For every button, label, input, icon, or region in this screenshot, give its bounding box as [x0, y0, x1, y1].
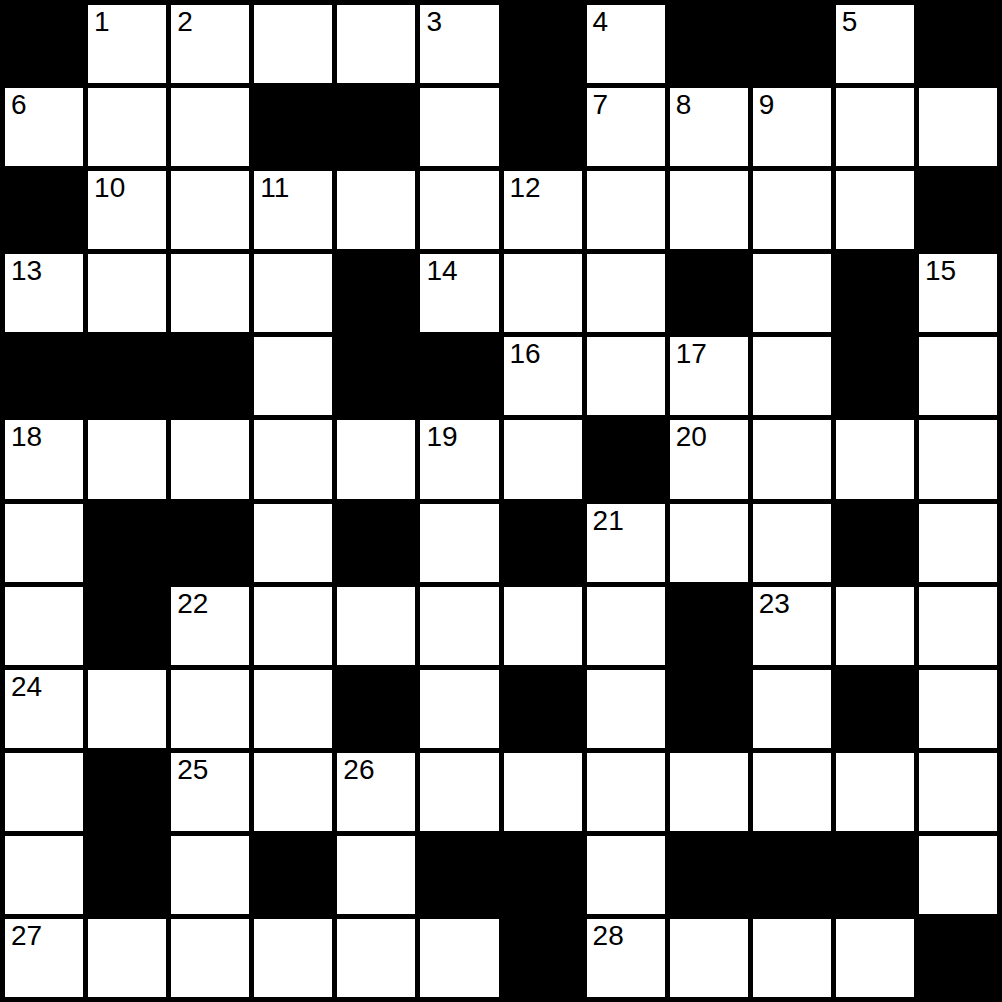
- white-cell-r9-c8[interactable]: [670, 753, 748, 831]
- black-cell-r6-c4: [337, 504, 415, 582]
- white-cell-r11-c5[interactable]: [420, 919, 498, 997]
- white-cell-r8-c3[interactable]: [254, 670, 332, 748]
- clue-number-17: 17: [676, 340, 707, 368]
- white-cell-r5-c2[interactable]: [171, 420, 249, 498]
- black-cell-r10-c6: [504, 836, 582, 914]
- white-cell-r7-c10[interactable]: [836, 587, 914, 665]
- black-cell-r6-c10: [836, 504, 914, 582]
- clue-number-10: 10: [94, 174, 125, 202]
- black-cell-r10-c3: [254, 836, 332, 914]
- white-cell-r5-c10[interactable]: [836, 420, 914, 498]
- clue-number-19: 19: [426, 423, 457, 451]
- white-cell-r6-c3[interactable]: [254, 504, 332, 582]
- white-cell-r9-c10[interactable]: [836, 753, 914, 831]
- white-cell-r1-c1[interactable]: [88, 88, 166, 166]
- white-cell-r3-c9[interactable]: [753, 254, 831, 332]
- clue-number-2: 2: [177, 8, 193, 36]
- white-cell-r9-c6[interactable]: [504, 753, 582, 831]
- white-cell-r7-c9[interactable]: 23: [753, 587, 831, 665]
- black-cell-r10-c10: [836, 836, 914, 914]
- white-cell-r11-c4[interactable]: [337, 919, 415, 997]
- white-cell-r1-c9[interactable]: 9: [753, 88, 831, 166]
- black-cell-r7-c1: [88, 587, 166, 665]
- white-cell-r5-c11[interactable]: [919, 420, 997, 498]
- black-cell-r2-c11: [919, 171, 997, 249]
- clue-number-28: 28: [593, 922, 624, 950]
- clue-number-3: 3: [426, 8, 442, 36]
- white-cell-r3-c11[interactable]: 15: [919, 254, 997, 332]
- white-cell-r10-c4[interactable]: [337, 836, 415, 914]
- black-cell-r6-c2: [171, 504, 249, 582]
- white-cell-r2-c1[interactable]: 10: [88, 171, 166, 249]
- white-cell-r5-c9[interactable]: [753, 420, 831, 498]
- black-cell-r3-c10: [836, 254, 914, 332]
- black-cell-r2-c0: [5, 171, 83, 249]
- white-cell-r8-c0[interactable]: 24: [5, 670, 83, 748]
- black-cell-r0-c0: [5, 5, 83, 83]
- white-cell-r2-c4[interactable]: [337, 171, 415, 249]
- clue-number-25: 25: [177, 756, 208, 784]
- clue-number-20: 20: [676, 423, 707, 451]
- white-cell-r0-c3[interactable]: [254, 5, 332, 83]
- white-cell-r1-c10[interactable]: [836, 88, 914, 166]
- clue-number-8: 8: [676, 91, 692, 119]
- white-cell-r11-c8[interactable]: [670, 919, 748, 997]
- white-cell-r11-c2[interactable]: [171, 919, 249, 997]
- clue-number-1: 1: [94, 8, 110, 36]
- black-cell-r10-c5: [420, 836, 498, 914]
- white-cell-r9-c11[interactable]: [919, 753, 997, 831]
- black-cell-r1-c4: [337, 88, 415, 166]
- black-cell-r8-c6: [504, 670, 582, 748]
- white-cell-r0-c7[interactable]: 4: [587, 5, 665, 83]
- white-cell-r2-c5[interactable]: [420, 171, 498, 249]
- white-cell-r11-c10[interactable]: [836, 919, 914, 997]
- white-cell-r10-c11[interactable]: [919, 836, 997, 914]
- white-cell-r3-c3[interactable]: [254, 254, 332, 332]
- white-cell-r7-c11[interactable]: [919, 587, 997, 665]
- white-cell-r4-c11[interactable]: [919, 337, 997, 415]
- white-cell-r9-c4[interactable]: 26: [337, 753, 415, 831]
- white-cell-r0-c5[interactable]: 3: [420, 5, 498, 83]
- white-cell-r3-c2[interactable]: [171, 254, 249, 332]
- white-cell-r2-c6[interactable]: 12: [504, 171, 582, 249]
- white-cell-r9-c0[interactable]: [5, 753, 83, 831]
- black-cell-r4-c5: [420, 337, 498, 415]
- white-cell-r5-c6[interactable]: [504, 420, 582, 498]
- white-cell-r5-c0[interactable]: 18: [5, 420, 83, 498]
- clue-number-13: 13: [11, 257, 42, 285]
- white-cell-r7-c0[interactable]: [5, 587, 83, 665]
- white-cell-r1-c5[interactable]: [420, 88, 498, 166]
- black-cell-r9-c1: [88, 753, 166, 831]
- black-cell-r10-c9: [753, 836, 831, 914]
- white-cell-r10-c7[interactable]: [587, 836, 665, 914]
- black-cell-r4-c1: [88, 337, 166, 415]
- clue-number-4: 4: [593, 8, 609, 36]
- white-cell-r1-c2[interactable]: [171, 88, 249, 166]
- black-cell-r11-c6: [504, 919, 582, 997]
- clue-number-23: 23: [759, 590, 790, 618]
- white-cell-r4-c7[interactable]: [587, 337, 665, 415]
- white-cell-r5-c5[interactable]: 19: [420, 420, 498, 498]
- white-cell-r4-c3[interactable]: [254, 337, 332, 415]
- crossword-grid: 1234567891011121314151617181920212223242…: [0, 0, 1002, 1002]
- white-cell-r1-c11[interactable]: [919, 88, 997, 166]
- clue-number-9: 9: [759, 91, 775, 119]
- clue-number-15: 15: [925, 257, 956, 285]
- black-cell-r0-c9: [753, 5, 831, 83]
- white-cell-r0-c10[interactable]: 5: [836, 5, 914, 83]
- black-cell-r5-c7: [587, 420, 665, 498]
- clue-number-18: 18: [11, 423, 42, 451]
- black-cell-r4-c4: [337, 337, 415, 415]
- white-cell-r4-c9[interactable]: [753, 337, 831, 415]
- white-cell-r0-c1[interactable]: 1: [88, 5, 166, 83]
- black-cell-r3-c4: [337, 254, 415, 332]
- white-cell-r5-c3[interactable]: [254, 420, 332, 498]
- white-cell-r11-c7[interactable]: 28: [587, 919, 665, 997]
- white-cell-r9-c3[interactable]: [254, 753, 332, 831]
- white-cell-r2-c10[interactable]: [836, 171, 914, 249]
- white-cell-r4-c6[interactable]: 16: [504, 337, 582, 415]
- white-cell-r2-c9[interactable]: [753, 171, 831, 249]
- black-cell-r11-c11: [919, 919, 997, 997]
- white-cell-r6-c8[interactable]: [670, 504, 748, 582]
- white-cell-r5-c8[interactable]: 20: [670, 420, 748, 498]
- white-cell-r5-c4[interactable]: [337, 420, 415, 498]
- black-cell-r10-c1: [88, 836, 166, 914]
- white-cell-r2-c2[interactable]: [171, 171, 249, 249]
- black-cell-r0-c6: [504, 5, 582, 83]
- white-cell-r0-c4[interactable]: [337, 5, 415, 83]
- white-cell-r3-c6[interactable]: [504, 254, 582, 332]
- black-cell-r1-c6: [504, 88, 582, 166]
- black-cell-r4-c0: [5, 337, 83, 415]
- white-cell-r7-c3[interactable]: [254, 587, 332, 665]
- clue-number-16: 16: [510, 340, 541, 368]
- clue-number-22: 22: [177, 590, 208, 618]
- white-cell-r10-c0[interactable]: [5, 836, 83, 914]
- white-cell-r7-c4[interactable]: [337, 587, 415, 665]
- black-cell-r8-c8: [670, 670, 748, 748]
- black-cell-r4-c10: [836, 337, 914, 415]
- white-cell-r6-c7[interactable]: 21: [587, 504, 665, 582]
- black-cell-r6-c6: [504, 504, 582, 582]
- white-cell-r5-c1[interactable]: [88, 420, 166, 498]
- black-cell-r4-c2: [171, 337, 249, 415]
- white-cell-r8-c1[interactable]: [88, 670, 166, 748]
- clue-number-6: 6: [11, 91, 27, 119]
- white-cell-r3-c0[interactable]: 13: [5, 254, 83, 332]
- white-cell-r6-c9[interactable]: [753, 504, 831, 582]
- white-cell-r9-c5[interactable]: [420, 753, 498, 831]
- clue-number-5: 5: [842, 8, 858, 36]
- white-cell-r9-c7[interactable]: [587, 753, 665, 831]
- clue-number-7: 7: [593, 91, 609, 119]
- black-cell-r0-c8: [670, 5, 748, 83]
- white-cell-r6-c0[interactable]: [5, 504, 83, 582]
- white-cell-r3-c7[interactable]: [587, 254, 665, 332]
- white-cell-r10-c2[interactable]: [171, 836, 249, 914]
- white-cell-r1-c8[interactable]: 8: [670, 88, 748, 166]
- black-cell-r3-c8: [670, 254, 748, 332]
- white-cell-r8-c5[interactable]: [420, 670, 498, 748]
- white-cell-r4-c8[interactable]: 17: [670, 337, 748, 415]
- white-cell-r8-c9[interactable]: [753, 670, 831, 748]
- white-cell-r11-c0[interactable]: 27: [5, 919, 83, 997]
- black-cell-r0-c11: [919, 5, 997, 83]
- white-cell-r3-c1[interactable]: [88, 254, 166, 332]
- white-cell-r6-c11[interactable]: [919, 504, 997, 582]
- clue-number-26: 26: [343, 756, 374, 784]
- white-cell-r2-c3[interactable]: 11: [254, 171, 332, 249]
- white-cell-r9-c9[interactable]: [753, 753, 831, 831]
- black-cell-r7-c8: [670, 587, 748, 665]
- white-cell-r7-c7[interactable]: [587, 587, 665, 665]
- white-cell-r8-c11[interactable]: [919, 670, 997, 748]
- white-cell-r11-c1[interactable]: [88, 919, 166, 997]
- white-cell-r2-c7[interactable]: [587, 171, 665, 249]
- black-cell-r8-c10: [836, 670, 914, 748]
- white-cell-r9-c2[interactable]: 25: [171, 753, 249, 831]
- white-cell-r8-c7[interactable]: [587, 670, 665, 748]
- white-cell-r7-c2[interactable]: 22: [171, 587, 249, 665]
- clue-number-11: 11: [260, 174, 289, 202]
- clue-number-27: 27: [11, 922, 42, 950]
- clue-number-21: 21: [593, 507, 624, 535]
- black-cell-r1-c3: [254, 88, 332, 166]
- white-cell-r1-c0[interactable]: 6: [5, 88, 83, 166]
- white-cell-r0-c2[interactable]: 2: [171, 5, 249, 83]
- clue-number-24: 24: [11, 673, 42, 701]
- black-cell-r8-c4: [337, 670, 415, 748]
- white-cell-r2-c8[interactable]: [670, 171, 748, 249]
- black-cell-r6-c1: [88, 504, 166, 582]
- black-cell-r10-c8: [670, 836, 748, 914]
- white-cell-r8-c2[interactable]: [171, 670, 249, 748]
- white-cell-r11-c9[interactable]: [753, 919, 831, 997]
- white-cell-r6-c5[interactable]: [420, 504, 498, 582]
- white-cell-r1-c7[interactable]: 7: [587, 88, 665, 166]
- white-cell-r11-c3[interactable]: [254, 919, 332, 997]
- white-cell-r3-c5[interactable]: 14: [420, 254, 498, 332]
- clue-number-12: 12: [510, 174, 541, 202]
- clue-number-14: 14: [426, 257, 457, 285]
- white-cell-r7-c6[interactable]: [504, 587, 582, 665]
- white-cell-r7-c5[interactable]: [420, 587, 498, 665]
